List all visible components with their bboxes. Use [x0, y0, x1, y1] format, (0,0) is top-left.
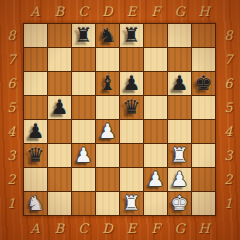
- file-label-F: F: [144, 217, 168, 240]
- rank-label-5: 5: [217, 95, 240, 119]
- square-g8[interactable]: [168, 24, 191, 47]
- square-g1[interactable]: ♚: [168, 192, 191, 215]
- square-g7[interactable]: [168, 48, 191, 71]
- piece-white-pawn[interactable]: ♟: [171, 168, 189, 191]
- square-f2[interactable]: ♟: [144, 168, 167, 191]
- file-label-H: H: [192, 217, 216, 240]
- square-b4[interactable]: [48, 120, 71, 143]
- square-c7[interactable]: [72, 48, 95, 71]
- square-c3[interactable]: ♟: [72, 144, 95, 167]
- piece-black-queen[interactable]: ♛: [27, 144, 45, 167]
- rank-label-8: 8: [0, 23, 23, 47]
- file-label-G: G: [168, 0, 192, 23]
- piece-white-pawn[interactable]: ♟: [147, 168, 165, 191]
- rank-label-2: 2: [0, 168, 23, 192]
- piece-white-rook[interactable]: ♜: [123, 192, 141, 215]
- file-labels-top: ABCDEFGH: [23, 0, 216, 23]
- square-a1[interactable]: ♞: [24, 192, 47, 215]
- square-b3[interactable]: [48, 144, 71, 167]
- square-f3[interactable]: [144, 144, 167, 167]
- piece-white-pawn[interactable]: ♟: [99, 120, 117, 143]
- file-label-D: D: [95, 217, 119, 240]
- piece-black-rook[interactable]: ♜: [75, 24, 93, 47]
- square-f1[interactable]: [144, 192, 167, 215]
- square-h6[interactable]: ♚: [192, 72, 215, 95]
- square-e5[interactable]: ♛: [120, 96, 143, 119]
- square-b1[interactable]: [48, 192, 71, 215]
- square-d8[interactable]: ♞: [96, 24, 119, 47]
- rank-label-2: 2: [217, 168, 240, 192]
- square-c5[interactable]: [72, 96, 95, 119]
- square-a8[interactable]: [24, 24, 47, 47]
- square-g2[interactable]: ♟: [168, 168, 191, 191]
- file-label-D: D: [95, 0, 119, 23]
- file-label-B: B: [47, 0, 71, 23]
- square-g4[interactable]: [168, 120, 191, 143]
- square-g6[interactable]: ♟: [168, 72, 191, 95]
- piece-black-pawn[interactable]: ♟: [123, 72, 141, 95]
- square-a3[interactable]: ♛: [24, 144, 47, 167]
- square-h1[interactable]: [192, 192, 215, 215]
- piece-white-knight[interactable]: ♞: [27, 192, 45, 215]
- square-a2[interactable]: [24, 168, 47, 191]
- rank-label-4: 4: [217, 120, 240, 144]
- square-f5[interactable]: [144, 96, 167, 119]
- square-c8[interactable]: ♜: [72, 24, 95, 47]
- square-a4[interactable]: ♟: [24, 120, 47, 143]
- file-label-B: B: [47, 217, 71, 240]
- square-a7[interactable]: [24, 48, 47, 71]
- rank-label-3: 3: [217, 144, 240, 168]
- square-d5[interactable]: [96, 96, 119, 119]
- chess-diagram: ABCDEFGH 87654321 ♜♞♜♝♟♟♚♟♛♟♟♛♟♜♟♟♞♜♚ 87…: [0, 0, 240, 240]
- square-d4[interactable]: ♟: [96, 120, 119, 143]
- piece-black-king[interactable]: ♚: [195, 72, 213, 95]
- square-f6[interactable]: [144, 72, 167, 95]
- rank-label-1: 1: [0, 192, 23, 216]
- square-d7[interactable]: [96, 48, 119, 71]
- square-c6[interactable]: [72, 72, 95, 95]
- file-label-H: H: [192, 0, 216, 23]
- rank-label-3: 3: [0, 144, 23, 168]
- piece-black-knight[interactable]: ♞: [99, 24, 117, 47]
- square-a6[interactable]: [24, 72, 47, 95]
- file-label-C: C: [71, 217, 95, 240]
- piece-black-pawn[interactable]: ♟: [171, 72, 189, 95]
- rank-label-8: 8: [217, 23, 240, 47]
- rank-label-7: 7: [0, 47, 23, 71]
- piece-black-bishop[interactable]: ♝: [99, 72, 117, 95]
- rank-label-5: 5: [0, 95, 23, 119]
- file-labels-bottom: ABCDEFGH: [23, 217, 216, 240]
- piece-black-pawn[interactable]: ♟: [27, 120, 45, 143]
- square-e7[interactable]: [120, 48, 143, 71]
- file-label-C: C: [71, 0, 95, 23]
- square-b8[interactable]: [48, 24, 71, 47]
- file-label-G: G: [168, 217, 192, 240]
- rank-label-6: 6: [0, 71, 23, 95]
- rank-label-6: 6: [217, 71, 240, 95]
- board[interactable]: ♜♞♜♝♟♟♚♟♛♟♟♛♟♜♟♟♞♜♚: [23, 23, 216, 216]
- square-c1[interactable]: [72, 192, 95, 215]
- file-label-A: A: [23, 0, 47, 23]
- square-b5[interactable]: ♟: [48, 96, 71, 119]
- square-h8[interactable]: [192, 24, 215, 47]
- square-h7[interactable]: [192, 48, 215, 71]
- rank-label-7: 7: [217, 47, 240, 71]
- square-d1[interactable]: [96, 192, 119, 215]
- rank-label-1: 1: [217, 192, 240, 216]
- square-d6[interactable]: ♝: [96, 72, 119, 95]
- square-e8[interactable]: ♜: [120, 24, 143, 47]
- square-h3[interactable]: [192, 144, 215, 167]
- rank-labels-right: 87654321: [217, 23, 240, 216]
- square-d2[interactable]: [96, 168, 119, 191]
- piece-black-queen[interactable]: ♛: [123, 96, 141, 119]
- square-h2[interactable]: [192, 168, 215, 191]
- square-f7[interactable]: [144, 48, 167, 71]
- square-e1[interactable]: ♜: [120, 192, 143, 215]
- piece-black-rook[interactable]: ♜: [123, 24, 141, 47]
- square-e6[interactable]: ♟: [120, 72, 143, 95]
- rank-label-4: 4: [0, 120, 23, 144]
- square-e3[interactable]: [120, 144, 143, 167]
- file-label-F: F: [144, 0, 168, 23]
- piece-black-pawn[interactable]: ♟: [51, 96, 69, 119]
- piece-white-pawn[interactable]: ♟: [75, 144, 93, 167]
- square-e2[interactable]: [120, 168, 143, 191]
- square-b6[interactable]: [48, 72, 71, 95]
- square-g3[interactable]: ♜: [168, 144, 191, 167]
- file-label-E: E: [120, 217, 144, 240]
- square-b7[interactable]: [48, 48, 71, 71]
- piece-white-rook[interactable]: ♜: [171, 144, 189, 167]
- square-f4[interactable]: [144, 120, 167, 143]
- square-g5[interactable]: [168, 96, 191, 119]
- file-label-E: E: [120, 0, 144, 23]
- square-c4[interactable]: [72, 120, 95, 143]
- piece-white-king[interactable]: ♚: [171, 192, 189, 215]
- rank-labels-left: 87654321: [0, 23, 23, 216]
- square-h5[interactable]: [192, 96, 215, 119]
- square-b2[interactable]: [48, 168, 71, 191]
- square-h4[interactable]: [192, 120, 215, 143]
- square-c2[interactable]: [72, 168, 95, 191]
- square-d3[interactable]: [96, 144, 119, 167]
- square-f8[interactable]: [144, 24, 167, 47]
- square-e4[interactable]: [120, 120, 143, 143]
- file-label-A: A: [23, 217, 47, 240]
- square-a5[interactable]: [24, 96, 47, 119]
